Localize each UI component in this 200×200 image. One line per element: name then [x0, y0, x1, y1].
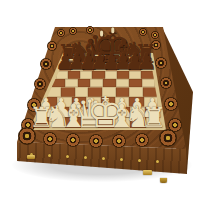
brass-stud	[48, 154, 51, 157]
carved-rosette	[34, 78, 46, 90]
brass-stud	[138, 159, 141, 162]
brass-stud	[84, 156, 87, 159]
piece-white-rook: ♜	[141, 103, 166, 131]
square-c5	[78, 79, 91, 88]
product-photo: ♜♞♝♛♚♝♞♜♟♟♟♟♟♟♟♟♟♟♟♟♟♟♟♟♜♞♝♛♚♝♞♜	[0, 0, 200, 200]
brass-stud	[120, 158, 123, 161]
carved-rosette	[40, 58, 52, 70]
square-e5	[103, 79, 116, 88]
square-h5	[142, 79, 155, 88]
carved-rosette	[57, 29, 65, 37]
square-d5	[90, 79, 103, 88]
board-rank-5	[52, 79, 156, 88]
brass-stud	[102, 157, 105, 160]
brass-stud	[66, 155, 69, 158]
square-f5	[116, 79, 129, 88]
square-b5	[65, 79, 78, 88]
brass-foot	[160, 178, 167, 183]
piece-black-pawn: ♟	[136, 50, 157, 73]
square-g5	[129, 79, 142, 88]
brass-latch	[27, 155, 35, 159]
brass-latch	[143, 170, 152, 175]
carved-rosette	[160, 77, 172, 89]
brass-stud	[156, 160, 159, 163]
carved-rosette	[43, 132, 57, 146]
carved-rosette	[135, 133, 149, 147]
